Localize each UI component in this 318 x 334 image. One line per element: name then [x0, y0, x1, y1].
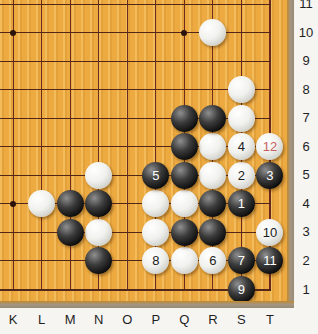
stone-black-R3 [199, 219, 226, 246]
board-edge-bottom [0, 301, 294, 308]
stone-white-T3: 10 [256, 219, 283, 246]
stone-white-N5 [85, 162, 112, 189]
row-label-1: 1 [294, 282, 318, 297]
star-point [10, 201, 16, 207]
stone-white-P3 [142, 219, 169, 246]
move-number: 8 [142, 247, 169, 274]
row-label-8: 8 [294, 82, 318, 97]
stone-black-R7 [199, 105, 226, 132]
move-number: 10 [256, 219, 283, 246]
stone-black-M3 [57, 219, 84, 246]
column-label-M: M [58, 312, 82, 328]
stone-white-S6: 4 [228, 133, 255, 160]
stone-white-P4 [142, 190, 169, 217]
move-number: 9 [228, 276, 255, 303]
board-edge-right [287, 0, 294, 308]
stone-white-R2: 6 [199, 247, 226, 274]
row-label-4: 4 [294, 196, 318, 211]
go-diagram: 123456789101112 1110987654321 KLMNOPQRST [0, 0, 318, 334]
stone-black-Q3 [171, 219, 198, 246]
move-number: 5 [142, 162, 169, 189]
column-label-P: P [144, 312, 168, 328]
stone-white-N3 [85, 219, 112, 246]
stone-black-P5: 5 [142, 162, 169, 189]
stone-black-T5: 3 [256, 162, 283, 189]
stone-black-Q7 [171, 105, 198, 132]
stone-white-Q4 [171, 190, 198, 217]
grid-line-vertical [41, 0, 42, 291]
go-board[interactable]: 123456789101112 [0, 0, 287, 301]
move-number: 11 [256, 247, 283, 274]
stone-white-R5 [199, 162, 226, 189]
row-label-11: 11 [294, 0, 318, 11]
grid-line-horizontal [0, 232, 271, 233]
grid-line-horizontal [0, 32, 271, 33]
column-label-O: O [115, 312, 139, 328]
star-point [181, 30, 187, 36]
stone-white-T6: 12 [256, 133, 283, 160]
stone-black-S1: 9 [228, 276, 255, 303]
move-number: 4 [228, 133, 255, 160]
move-number: 2 [228, 162, 255, 189]
row-label-3: 3 [294, 224, 318, 239]
move-number: 12 [256, 133, 283, 160]
stone-white-R10 [199, 19, 226, 46]
stone-white-S5: 2 [228, 162, 255, 189]
row-label-2: 2 [294, 253, 318, 268]
column-label-R: R [201, 312, 225, 328]
stone-black-Q6 [171, 133, 198, 160]
stone-white-Q2 [171, 247, 198, 274]
row-label-7: 7 [294, 110, 318, 125]
grid-line-horizontal [0, 4, 271, 5]
move-number: 1 [228, 190, 255, 217]
stone-black-Q5 [171, 162, 198, 189]
stone-black-R4 [199, 190, 226, 217]
stone-white-L4 [28, 190, 55, 217]
column-label-L: L [30, 312, 54, 328]
column-label-Q: Q [172, 312, 196, 328]
grid-line-vertical [70, 0, 71, 291]
move-number: 7 [228, 247, 255, 274]
column-label-S: S [229, 312, 253, 328]
stone-white-S7 [228, 105, 255, 132]
star-point [10, 30, 16, 36]
stone-black-T2: 11 [256, 247, 283, 274]
stone-black-N2 [85, 247, 112, 274]
row-label-9: 9 [294, 53, 318, 68]
column-label-T: T [258, 312, 282, 328]
stone-black-M4 [57, 190, 84, 217]
grid-line-horizontal [0, 61, 271, 62]
column-label-N: N [87, 312, 111, 328]
row-label-5: 5 [294, 167, 318, 182]
stone-white-R6 [199, 133, 226, 160]
grid-line-vertical [13, 0, 14, 291]
column-label-K: K [1, 312, 25, 328]
move-number: 6 [199, 247, 226, 274]
stone-white-S8 [228, 76, 255, 103]
grid-line-vertical [127, 0, 128, 291]
stone-white-P2: 8 [142, 247, 169, 274]
move-number: 3 [256, 162, 283, 189]
stone-black-S4: 1 [228, 190, 255, 217]
row-label-6: 6 [294, 139, 318, 154]
stone-black-S2: 7 [228, 247, 255, 274]
stone-black-N4 [85, 190, 112, 217]
row-label-10: 10 [294, 25, 318, 40]
